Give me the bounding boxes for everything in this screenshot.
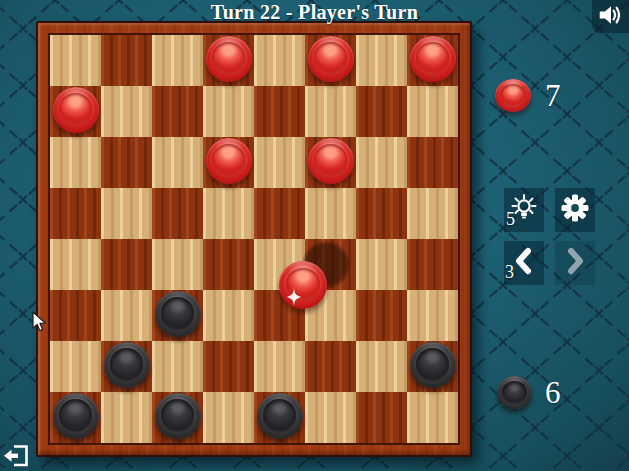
board-square[interactable] bbox=[254, 341, 305, 392]
board-square[interactable] bbox=[356, 239, 407, 290]
board-square[interactable] bbox=[356, 188, 407, 239]
board-playing-area bbox=[48, 33, 460, 445]
board-square[interactable] bbox=[50, 137, 101, 188]
speaker-icon bbox=[598, 3, 624, 31]
board-square[interactable] bbox=[407, 35, 458, 86]
board-square[interactable] bbox=[50, 341, 101, 392]
board-square[interactable] bbox=[101, 392, 152, 443]
board-square[interactable] bbox=[305, 188, 356, 239]
black-piece[interactable] bbox=[155, 393, 201, 439]
board-square[interactable] bbox=[152, 239, 203, 290]
board-square[interactable] bbox=[356, 35, 407, 86]
board-square[interactable] bbox=[356, 290, 407, 341]
board-square[interactable] bbox=[356, 341, 407, 392]
board-square[interactable] bbox=[407, 341, 458, 392]
red-piece[interactable] bbox=[308, 36, 354, 82]
board-square[interactable] bbox=[407, 86, 458, 137]
board-square[interactable] bbox=[305, 392, 356, 443]
chevron-left-icon bbox=[511, 246, 537, 280]
red-piece[interactable] bbox=[206, 36, 252, 82]
red-piece[interactable] bbox=[308, 138, 354, 184]
board-square[interactable] bbox=[203, 188, 254, 239]
board-square[interactable] bbox=[356, 86, 407, 137]
black-pieces-count: 6 bbox=[545, 377, 561, 409]
board-square[interactable] bbox=[254, 35, 305, 86]
board-square[interactable] bbox=[50, 188, 101, 239]
gear-icon bbox=[559, 192, 591, 228]
board-square[interactable] bbox=[305, 341, 356, 392]
red-captured-tray-piece bbox=[495, 79, 531, 112]
black-captured-tray-piece bbox=[497, 376, 532, 409]
board-square[interactable] bbox=[305, 35, 356, 86]
exit-button[interactable] bbox=[3, 442, 30, 469]
board-square[interactable] bbox=[50, 290, 101, 341]
turn-indicator: Turn 22 - Player's Turn bbox=[0, 0, 629, 24]
board-square[interactable] bbox=[152, 137, 203, 188]
board-square[interactable] bbox=[101, 86, 152, 137]
undo-remaining-count: 3 bbox=[505, 263, 514, 281]
red-piece[interactable] bbox=[206, 138, 252, 184]
board-square[interactable] bbox=[203, 290, 254, 341]
sound-button[interactable] bbox=[592, 0, 629, 33]
chevron-right-icon bbox=[562, 246, 588, 280]
board-square[interactable] bbox=[203, 239, 254, 290]
red-piece[interactable] bbox=[410, 36, 456, 82]
board-square[interactable] bbox=[50, 86, 101, 137]
board-square[interactable] bbox=[152, 341, 203, 392]
board-square[interactable] bbox=[101, 35, 152, 86]
board-square[interactable] bbox=[203, 341, 254, 392]
black-piece[interactable] bbox=[53, 393, 99, 439]
red-piece[interactable] bbox=[53, 87, 99, 133]
board-square[interactable] bbox=[101, 290, 152, 341]
game-screen: Turn 22 - Player's Turn 7 bbox=[0, 0, 629, 471]
exit-icon bbox=[3, 455, 30, 471]
board-square[interactable] bbox=[254, 188, 305, 239]
black-piece[interactable] bbox=[155, 291, 201, 337]
board-square[interactable] bbox=[203, 137, 254, 188]
board-square[interactable] bbox=[407, 137, 458, 188]
board-square[interactable] bbox=[203, 35, 254, 86]
board-square[interactable] bbox=[203, 392, 254, 443]
board-square[interactable] bbox=[152, 35, 203, 86]
black-piece[interactable] bbox=[410, 342, 456, 388]
board-square[interactable] bbox=[152, 290, 203, 341]
board-square[interactable] bbox=[50, 392, 101, 443]
board-square[interactable] bbox=[152, 86, 203, 137]
checkers-board[interactable] bbox=[36, 21, 472, 457]
board-square[interactable] bbox=[407, 188, 458, 239]
board-square[interactable] bbox=[254, 86, 305, 137]
board-square[interactable] bbox=[305, 86, 356, 137]
hints-remaining-count: 5 bbox=[506, 210, 515, 228]
board-square[interactable] bbox=[356, 392, 407, 443]
board-square[interactable] bbox=[254, 137, 305, 188]
board-square[interactable] bbox=[203, 86, 254, 137]
black-piece[interactable] bbox=[104, 342, 150, 388]
board-square[interactable] bbox=[305, 137, 356, 188]
board-grid bbox=[50, 35, 458, 443]
settings-button[interactable] bbox=[555, 188, 595, 232]
board-square[interactable] bbox=[152, 188, 203, 239]
board-square[interactable] bbox=[101, 341, 152, 392]
redo-button[interactable] bbox=[555, 241, 595, 285]
board-square[interactable] bbox=[152, 392, 203, 443]
board-square[interactable] bbox=[356, 137, 407, 188]
board-square[interactable] bbox=[50, 35, 101, 86]
board-square[interactable] bbox=[101, 188, 152, 239]
sparkle-effect bbox=[285, 288, 303, 310]
board-square[interactable] bbox=[254, 392, 305, 443]
board-square[interactable] bbox=[407, 290, 458, 341]
board-square[interactable] bbox=[407, 392, 458, 443]
board-square[interactable] bbox=[50, 239, 101, 290]
board-square[interactable] bbox=[101, 239, 152, 290]
board-square[interactable] bbox=[101, 137, 152, 188]
red-pieces-count: 7 bbox=[545, 80, 561, 112]
black-piece[interactable] bbox=[257, 393, 303, 439]
board-square[interactable] bbox=[407, 239, 458, 290]
